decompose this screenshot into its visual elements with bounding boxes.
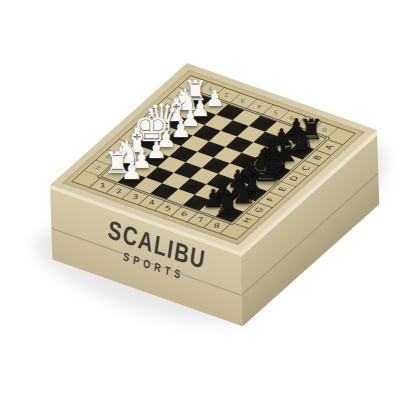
rank-label: 3 bbox=[132, 193, 139, 200]
rank-label: 4 bbox=[257, 104, 262, 110]
rank-label: 6 bbox=[181, 210, 188, 217]
rank-label: 5 bbox=[273, 110, 278, 116]
rank-label: 1 bbox=[99, 182, 106, 189]
rank-label: 2 bbox=[224, 92, 229, 98]
product-photo-scene: SCALIBU SPORTS 1A1A2B2B3C3C4D4D5E5E6F6F7… bbox=[0, 0, 400, 400]
rank-label: 2 bbox=[116, 187, 123, 194]
rank-label: 1 bbox=[208, 87, 213, 93]
rank-label: 7 bbox=[197, 216, 204, 223]
rank-label: 7 bbox=[305, 121, 310, 127]
rank-label: 4 bbox=[148, 199, 155, 206]
rank-label: 3 bbox=[240, 98, 245, 104]
rank-label: 5 bbox=[165, 205, 172, 212]
rank-label: 6 bbox=[289, 115, 294, 121]
rank-label: 8 bbox=[214, 222, 221, 229]
rank-label: 8 bbox=[322, 127, 327, 133]
